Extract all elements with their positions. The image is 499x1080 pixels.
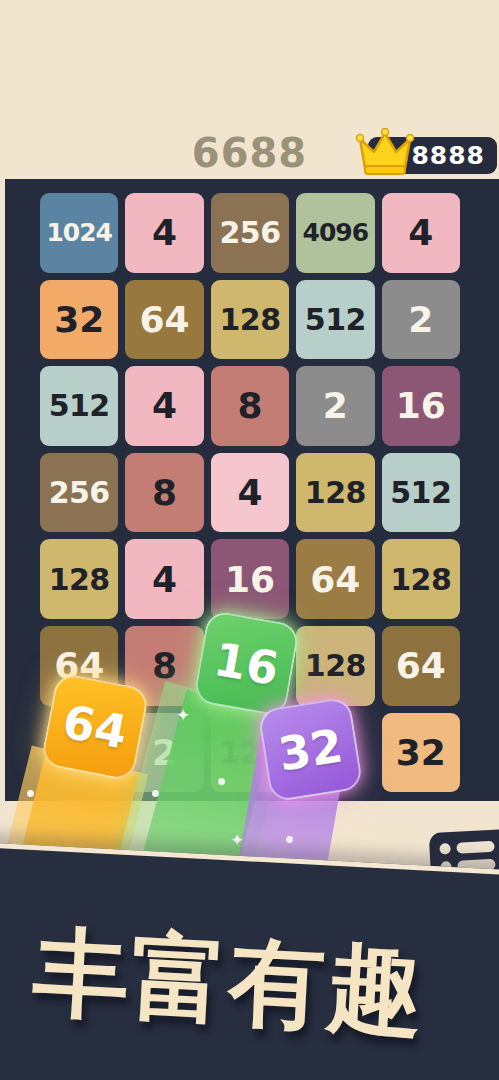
board-tile-4096: 4096 [296, 193, 374, 273]
board-tile-64: 64 [125, 280, 203, 360]
board-tile-16: 16 [211, 539, 289, 619]
falling-tile-64-value: 64 [58, 694, 131, 759]
board-tile-32: 32 [382, 713, 460, 793]
board-tile-8: 8 [125, 453, 203, 533]
board-tile-4: 4 [125, 366, 203, 446]
board-tile-64: 64 [382, 626, 460, 706]
promo-tagline: 丰富有趣 [0, 905, 492, 1062]
board-tile-128: 128 [40, 539, 118, 619]
app-screenshot: 6688 8888 102442564096432641285122512482… [0, 0, 499, 1080]
board-tile-4: 4 [125, 193, 203, 273]
falling-tile-16: 16 [193, 610, 301, 718]
board-tile-128: 128 [296, 626, 374, 706]
board-tile-128: 128 [382, 539, 460, 619]
falling-tile-64: 64 [40, 672, 150, 782]
board-tile-1024: 1024 [40, 193, 118, 273]
sparkle-dot-icon [27, 790, 34, 797]
sparkle-dot-icon [152, 790, 159, 797]
board-tile-2: 2 [382, 280, 460, 360]
sparkle-dot-icon [218, 778, 225, 785]
board-tile-128: 128 [211, 280, 289, 360]
falling-tile-32-value: 32 [275, 718, 347, 781]
board-tile-16: 16 [382, 366, 460, 446]
board-tile-64: 64 [296, 539, 374, 619]
board-tile-512: 512 [382, 453, 460, 533]
board-tile-256: 256 [40, 453, 118, 533]
falling-tile-16-value: 16 [210, 631, 282, 695]
falling-tile-32: 32 [257, 696, 363, 802]
board-tile-4: 4 [382, 193, 460, 273]
board-tile-256: 256 [211, 193, 289, 273]
sparkle-dot-icon [286, 836, 293, 843]
badge-value: 8888 [411, 141, 485, 170]
promo-panel: 丰富有趣 [0, 842, 499, 1080]
board-tile-512: 512 [40, 366, 118, 446]
board-tile-8: 8 [211, 366, 289, 446]
board-tile-4: 4 [125, 539, 203, 619]
sparkle-icon: ✦ [176, 705, 190, 725]
board-tile-4: 4 [211, 453, 289, 533]
crown-badge[interactable]: 8888 [368, 137, 497, 174]
board-tile-128: 128 [296, 453, 374, 533]
crown-icon [354, 128, 416, 180]
board-tile-32: 32 [40, 280, 118, 360]
board-tile-2: 2 [296, 366, 374, 446]
board-tile-512: 512 [296, 280, 374, 360]
sparkle-icon: ✦ [230, 830, 244, 850]
menu-list-icon [439, 839, 499, 854]
